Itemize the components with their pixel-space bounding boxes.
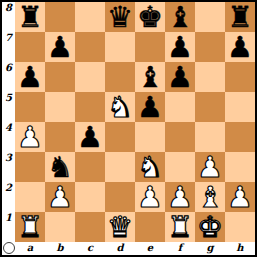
square-e7[interactable] (135, 32, 165, 62)
piece-white-pawn-f2[interactable]: ♟ (165, 182, 195, 212)
square-f8[interactable]: ♝ (165, 2, 195, 32)
square-g8[interactable] (195, 2, 225, 32)
rank-label-8: 8 (2, 2, 15, 32)
square-c3[interactable] (75, 152, 105, 182)
piece-black-rook-a8[interactable]: ♜ (15, 2, 45, 32)
square-b7[interactable]: ♟ (45, 32, 75, 62)
square-c6[interactable] (75, 62, 105, 92)
file-label-f: f (165, 242, 195, 255)
square-g6[interactable] (195, 62, 225, 92)
piece-white-bishop-g2[interactable]: ♝ (195, 182, 225, 212)
chess-diagram: 87654321 ♜♛♚♝♜♟♟♟♟♝♟♞♟♟♟♞♞♟♟♟♟♝♟♜♛♜♚ abc… (0, 0, 257, 257)
square-h3[interactable] (225, 152, 255, 182)
square-e1[interactable] (135, 212, 165, 242)
bottom-strip: abcdefgh (2, 242, 255, 255)
piece-white-knight-e3[interactable]: ♞ (135, 152, 165, 182)
square-d3[interactable] (105, 152, 135, 182)
square-a3[interactable] (15, 152, 45, 182)
square-c5[interactable] (75, 92, 105, 122)
square-h7[interactable]: ♟ (225, 32, 255, 62)
square-f3[interactable] (165, 152, 195, 182)
square-g7[interactable] (195, 32, 225, 62)
piece-black-king-e8[interactable]: ♚ (135, 2, 165, 32)
square-b8[interactable] (45, 2, 75, 32)
square-f6[interactable]: ♟ (165, 62, 195, 92)
piece-black-bishop-f8[interactable]: ♝ (165, 2, 195, 32)
file-label-b: b (45, 242, 75, 255)
piece-white-pawn-e2[interactable]: ♟ (135, 182, 165, 212)
piece-white-king-g1[interactable]: ♚ (195, 212, 225, 242)
rank-label-4: 4 (2, 122, 15, 152)
square-f4[interactable] (165, 122, 195, 152)
square-g2[interactable]: ♝ (195, 182, 225, 212)
square-e5[interactable]: ♟ (135, 92, 165, 122)
square-b1[interactable] (45, 212, 75, 242)
piece-white-pawn-a4[interactable]: ♟ (15, 122, 45, 152)
file-label-a: a (15, 242, 45, 255)
piece-black-pawn-f6[interactable]: ♟ (165, 62, 195, 92)
square-a2[interactable] (15, 182, 45, 212)
square-a7[interactable] (15, 32, 45, 62)
square-h4[interactable] (225, 122, 255, 152)
square-f7[interactable]: ♟ (165, 32, 195, 62)
piece-black-pawn-h7[interactable]: ♟ (225, 32, 255, 62)
square-e2[interactable]: ♟ (135, 182, 165, 212)
piece-black-pawn-a6[interactable]: ♟ (15, 62, 45, 92)
piece-black-queen-d8[interactable]: ♛ (105, 2, 135, 32)
square-c4[interactable]: ♟ (75, 122, 105, 152)
square-d6[interactable] (105, 62, 135, 92)
rank-label-3: 3 (2, 152, 15, 182)
square-a1[interactable]: ♜ (15, 212, 45, 242)
square-d4[interactable] (105, 122, 135, 152)
square-f2[interactable]: ♟ (165, 182, 195, 212)
square-b6[interactable] (45, 62, 75, 92)
square-d1[interactable]: ♛ (105, 212, 135, 242)
square-e8[interactable]: ♚ (135, 2, 165, 32)
piece-white-pawn-h2[interactable]: ♟ (225, 182, 255, 212)
square-e3[interactable]: ♞ (135, 152, 165, 182)
piece-black-rook-h8[interactable]: ♜ (225, 2, 255, 32)
square-g5[interactable] (195, 92, 225, 122)
square-f5[interactable] (165, 92, 195, 122)
square-d7[interactable] (105, 32, 135, 62)
piece-black-pawn-e5[interactable]: ♟ (135, 92, 165, 122)
square-d2[interactable] (105, 182, 135, 212)
piece-black-knight-b3[interactable]: ♞ (45, 152, 75, 182)
rank-label-6: 6 (2, 62, 15, 92)
piece-white-pawn-b2[interactable]: ♟ (45, 182, 75, 212)
square-c1[interactable] (75, 212, 105, 242)
piece-white-queen-d1[interactable]: ♛ (105, 212, 135, 242)
square-g1[interactable]: ♚ (195, 212, 225, 242)
square-h1[interactable] (225, 212, 255, 242)
square-h8[interactable]: ♜ (225, 2, 255, 32)
square-h5[interactable] (225, 92, 255, 122)
piece-black-pawn-b7[interactable]: ♟ (45, 32, 75, 62)
square-b4[interactable] (45, 122, 75, 152)
piece-white-pawn-g3[interactable]: ♟ (195, 152, 225, 182)
square-c2[interactable] (75, 182, 105, 212)
corner-cell (2, 242, 15, 255)
square-h6[interactable] (225, 62, 255, 92)
rank-label-5: 5 (2, 92, 15, 122)
square-e6[interactable]: ♝ (135, 62, 165, 92)
chess-board[interactable]: ♜♛♚♝♜♟♟♟♟♝♟♞♟♟♟♞♞♟♟♟♟♝♟♜♛♜♚ (15, 2, 255, 242)
white-to-move-indicator (3, 242, 15, 254)
square-g4[interactable] (195, 122, 225, 152)
piece-white-rook-f1[interactable]: ♜ (165, 212, 195, 242)
rank-label-7: 7 (2, 32, 15, 62)
square-a4[interactable]: ♟ (15, 122, 45, 152)
file-label-g: g (195, 242, 225, 255)
piece-black-pawn-c4[interactable]: ♟ (75, 122, 105, 152)
square-d5[interactable]: ♞ (105, 92, 135, 122)
square-b3[interactable]: ♞ (45, 152, 75, 182)
square-f1[interactable]: ♜ (165, 212, 195, 242)
piece-black-pawn-f7[interactable]: ♟ (165, 32, 195, 62)
square-d8[interactable]: ♛ (105, 2, 135, 32)
file-label-h: h (225, 242, 255, 255)
square-b2[interactable]: ♟ (45, 182, 75, 212)
rank-label-2: 2 (2, 182, 15, 212)
square-c7[interactable] (75, 32, 105, 62)
piece-black-bishop-e6[interactable]: ♝ (135, 62, 165, 92)
square-a5[interactable] (15, 92, 45, 122)
square-a6[interactable]: ♟ (15, 62, 45, 92)
square-g3[interactable]: ♟ (195, 152, 225, 182)
file-label-c: c (75, 242, 105, 255)
piece-white-knight-d5[interactable]: ♞ (105, 92, 135, 122)
rank-label-1: 1 (2, 212, 15, 242)
file-label-e: e (135, 242, 165, 255)
square-a8[interactable]: ♜ (15, 2, 45, 32)
rank-labels: 87654321 (2, 2, 15, 242)
square-e4[interactable] (135, 122, 165, 152)
square-b5[interactable] (45, 92, 75, 122)
piece-white-rook-a1[interactable]: ♜ (15, 212, 45, 242)
file-label-d: d (105, 242, 135, 255)
square-h2[interactable]: ♟ (225, 182, 255, 212)
square-c8[interactable] (75, 2, 105, 32)
